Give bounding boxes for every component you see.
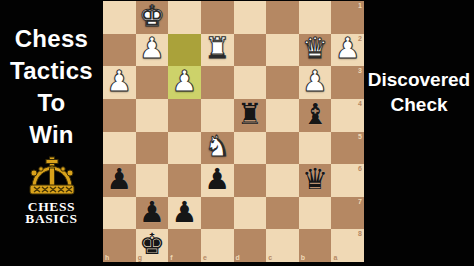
square-h6[interactable]: ♟: [103, 164, 136, 197]
square-f1[interactable]: [168, 1, 201, 34]
square-h8[interactable]: h: [103, 229, 136, 262]
square-f3[interactable]: ♟: [168, 66, 201, 99]
chess-board: ♚1♟♜♛♟2♟♟♟3♜♝4♞5♟♟♛6♟♟7h♚gfedcb8a: [103, 1, 364, 262]
title-line-1: Chess: [10, 23, 93, 55]
file-label-d: d: [236, 254, 240, 261]
white-pawn: ♟: [106, 67, 132, 96]
square-c3[interactable]: [266, 66, 299, 99]
channel-logo: CHESS BASICS: [25, 156, 77, 225]
square-b6[interactable]: ♛: [299, 164, 332, 197]
square-g5[interactable]: [136, 132, 169, 165]
thumbnail-canvas: Chess Tactics To Win: [0, 0, 474, 266]
square-f8[interactable]: f: [168, 229, 201, 262]
square-h5[interactable]: [103, 132, 136, 165]
square-d3[interactable]: [234, 66, 267, 99]
square-d8[interactable]: d: [234, 229, 267, 262]
rank-label-7: 7: [358, 198, 362, 205]
square-a1[interactable]: 1: [331, 1, 364, 34]
crown-icon: [26, 156, 78, 200]
square-g7[interactable]: ♟: [136, 197, 169, 230]
black-king: ♚: [139, 230, 165, 259]
square-h3[interactable]: ♟: [103, 66, 136, 99]
title-line-4: Win: [10, 119, 93, 151]
square-c4[interactable]: [266, 99, 299, 132]
left-panel: Chess Tactics To Win: [0, 0, 103, 266]
rank-label-2: 2: [358, 35, 362, 42]
square-d7[interactable]: [234, 197, 267, 230]
square-g6[interactable]: [136, 164, 169, 197]
square-h2[interactable]: [103, 34, 136, 67]
black-rook: ♜: [237, 100, 263, 129]
white-king: ♚: [139, 2, 165, 31]
square-a5[interactable]: 5: [331, 132, 364, 165]
square-e1[interactable]: [201, 1, 234, 34]
square-e6[interactable]: ♟: [201, 164, 234, 197]
square-g4[interactable]: [136, 99, 169, 132]
tactic-caption: Discovered Check: [364, 67, 474, 117]
square-e4[interactable]: [201, 99, 234, 132]
file-label-g: g: [138, 254, 142, 261]
square-f5[interactable]: [168, 132, 201, 165]
square-a6[interactable]: 6: [331, 164, 364, 197]
square-h7[interactable]: [103, 197, 136, 230]
square-f7[interactable]: ♟: [168, 197, 201, 230]
square-a8[interactable]: 8a: [331, 229, 364, 262]
square-c5[interactable]: [266, 132, 299, 165]
square-b4[interactable]: ♝: [299, 99, 332, 132]
square-e5[interactable]: ♞: [201, 132, 234, 165]
rank-label-6: 6: [358, 165, 362, 172]
square-c1[interactable]: [266, 1, 299, 34]
square-a2[interactable]: ♟2: [331, 34, 364, 67]
square-e8[interactable]: e: [201, 229, 234, 262]
square-c6[interactable]: [266, 164, 299, 197]
square-b2[interactable]: ♛: [299, 34, 332, 67]
square-g8[interactable]: ♚g: [136, 229, 169, 262]
square-c2[interactable]: [266, 34, 299, 67]
channel-name-line-2: BASICS: [25, 213, 77, 225]
file-label-e: e: [203, 254, 207, 261]
square-a3[interactable]: 3: [331, 66, 364, 99]
square-c7[interactable]: [266, 197, 299, 230]
square-d4[interactable]: ♜: [234, 99, 267, 132]
file-label-a: a: [333, 254, 337, 261]
black-queen: ♛: [302, 165, 328, 194]
right-panel: Discovered Check: [364, 0, 474, 266]
square-c8[interactable]: c: [266, 229, 299, 262]
square-g3[interactable]: [136, 66, 169, 99]
square-h1[interactable]: [103, 1, 136, 34]
file-label-h: h: [105, 254, 109, 261]
white-knight: ♞: [204, 132, 230, 161]
white-pawn: ♟: [172, 67, 198, 96]
square-b5[interactable]: [299, 132, 332, 165]
square-f4[interactable]: [168, 99, 201, 132]
square-d6[interactable]: [234, 164, 267, 197]
square-b3[interactable]: ♟: [299, 66, 332, 99]
file-label-c: c: [268, 254, 272, 261]
white-rook: ♜: [204, 34, 230, 63]
channel-name: CHESS BASICS: [25, 201, 77, 225]
square-b7[interactable]: [299, 197, 332, 230]
square-d2[interactable]: [234, 34, 267, 67]
rank-label-3: 3: [358, 67, 362, 74]
square-d5[interactable]: [234, 132, 267, 165]
square-h4[interactable]: [103, 99, 136, 132]
black-pawn: ♟: [204, 165, 230, 194]
rank-label-1: 1: [358, 2, 362, 9]
square-g2[interactable]: ♟: [136, 34, 169, 67]
white-pawn: ♟: [302, 67, 328, 96]
rank-label-5: 5: [358, 133, 362, 140]
square-b1[interactable]: [299, 1, 332, 34]
square-a7[interactable]: 7: [331, 197, 364, 230]
title-line-3: To: [10, 87, 93, 119]
page-title: Chess Tactics To Win: [10, 23, 93, 151]
square-a4[interactable]: 4: [331, 99, 364, 132]
square-e7[interactable]: [201, 197, 234, 230]
title-line-2: Tactics: [10, 55, 93, 87]
black-bishop: ♝: [302, 100, 328, 129]
rank-label-8: 8: [358, 230, 362, 237]
square-g1[interactable]: ♚: [136, 1, 169, 34]
square-e3[interactable]: [201, 66, 234, 99]
square-e2[interactable]: ♜: [201, 34, 234, 67]
black-pawn: ♟: [172, 198, 198, 227]
black-pawn: ♟: [139, 198, 165, 227]
white-queen: ♛: [302, 34, 328, 63]
rank-label-4: 4: [358, 100, 362, 107]
white-pawn: ♟: [139, 34, 165, 63]
file-label-b: b: [301, 254, 305, 261]
square-f6[interactable]: [168, 164, 201, 197]
caption-line-2: Check: [364, 92, 474, 117]
square-b8[interactable]: b: [299, 229, 332, 262]
square-f2[interactable]: [168, 34, 201, 67]
file-label-f: f: [170, 254, 172, 261]
square-d1[interactable]: [234, 1, 267, 34]
white-pawn: ♟: [335, 34, 361, 63]
caption-line-1: Discovered: [364, 67, 474, 92]
black-pawn: ♟: [106, 165, 132, 194]
